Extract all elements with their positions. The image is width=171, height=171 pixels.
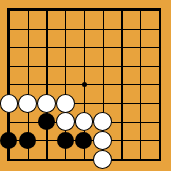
intersection[interactable]	[0, 131, 18, 150]
intersection[interactable]	[18, 131, 37, 150]
intersection[interactable]	[112, 38, 131, 57]
white-stone[interactable]	[93, 112, 112, 131]
white-stone[interactable]	[56, 112, 75, 131]
intersection[interactable]	[75, 94, 94, 113]
intersection[interactable]	[131, 75, 150, 94]
intersection[interactable]	[93, 38, 112, 57]
white-stone[interactable]	[93, 150, 112, 169]
intersection[interactable]	[56, 19, 75, 38]
black-stone[interactable]	[57, 132, 74, 149]
intersection[interactable]	[150, 1, 169, 20]
intersection[interactable]	[37, 38, 56, 57]
intersection[interactable]	[112, 150, 131, 169]
intersection[interactable]	[18, 75, 37, 94]
intersection[interactable]	[93, 57, 112, 76]
intersection[interactable]	[112, 112, 131, 131]
intersection[interactable]	[37, 94, 56, 113]
intersection[interactable]	[37, 131, 56, 150]
intersection[interactable]	[0, 150, 18, 169]
intersection[interactable]	[18, 94, 37, 113]
intersection[interactable]	[93, 19, 112, 38]
intersection[interactable]	[131, 1, 150, 20]
intersection[interactable]	[37, 150, 56, 169]
white-stone[interactable]	[37, 94, 56, 113]
black-stone[interactable]	[75, 132, 92, 149]
intersection[interactable]	[0, 19, 18, 38]
intersection[interactable]	[131, 19, 150, 38]
intersection[interactable]	[0, 38, 18, 57]
intersection[interactable]	[112, 1, 131, 20]
intersection[interactable]	[75, 57, 94, 76]
intersection[interactable]	[37, 19, 56, 38]
intersection[interactable]	[56, 94, 75, 113]
intersection[interactable]	[93, 112, 112, 131]
intersection[interactable]	[37, 75, 56, 94]
intersection[interactable]	[56, 150, 75, 169]
intersection[interactable]	[0, 112, 18, 131]
go-board-screen	[0, 0, 171, 171]
intersection[interactable]	[112, 75, 131, 94]
intersection[interactable]	[150, 94, 169, 113]
intersection[interactable]	[75, 19, 94, 38]
intersection[interactable]	[150, 112, 169, 131]
intersection[interactable]	[75, 75, 94, 94]
intersection[interactable]	[131, 131, 150, 150]
intersection[interactable]	[56, 75, 75, 94]
intersection[interactable]	[112, 94, 131, 113]
intersection[interactable]	[37, 57, 56, 76]
intersection[interactable]	[150, 75, 169, 94]
intersection[interactable]	[37, 112, 56, 131]
intersection[interactable]	[150, 57, 169, 76]
black-stone[interactable]	[19, 132, 36, 149]
intersection[interactable]	[18, 38, 37, 57]
intersection[interactable]	[56, 57, 75, 76]
intersection[interactable]	[75, 38, 94, 57]
intersection[interactable]	[18, 150, 37, 169]
white-stone[interactable]	[56, 94, 75, 113]
intersection[interactable]	[131, 112, 150, 131]
intersection[interactable]	[18, 19, 37, 38]
intersection[interactable]	[131, 150, 150, 169]
intersection[interactable]	[18, 112, 37, 131]
intersection[interactable]	[0, 75, 18, 94]
intersection[interactable]	[93, 131, 112, 150]
intersection[interactable]	[56, 1, 75, 20]
intersection[interactable]	[131, 57, 150, 76]
intersection[interactable]	[112, 131, 131, 150]
intersection[interactable]	[150, 38, 169, 57]
intersection[interactable]	[0, 57, 18, 76]
intersection[interactable]	[0, 1, 18, 20]
intersection[interactable]	[150, 150, 169, 169]
intersection[interactable]	[112, 57, 131, 76]
intersection[interactable]	[0, 94, 18, 113]
intersection[interactable]	[93, 94, 112, 113]
intersection[interactable]	[75, 131, 94, 150]
white-stone[interactable]	[18, 94, 37, 113]
intersection[interactable]	[18, 57, 37, 76]
intersection[interactable]	[56, 112, 75, 131]
intersection[interactable]	[131, 38, 150, 57]
white-stone[interactable]	[75, 112, 94, 131]
intersection[interactable]	[56, 131, 75, 150]
intersection[interactable]	[93, 150, 112, 169]
intersection[interactable]	[93, 1, 112, 20]
intersection[interactable]	[56, 38, 75, 57]
white-stone[interactable]	[93, 131, 112, 150]
white-stone[interactable]	[0, 94, 18, 113]
intersection[interactable]	[75, 150, 94, 169]
intersection[interactable]	[150, 19, 169, 38]
black-stone[interactable]	[38, 113, 55, 130]
go-board[interactable]	[7, 8, 161, 161]
intersection[interactable]	[18, 1, 37, 20]
intersection[interactable]	[112, 19, 131, 38]
intersection[interactable]	[75, 112, 94, 131]
black-stone[interactable]	[0, 132, 17, 149]
stones-layer	[0, 1, 168, 169]
intersection[interactable]	[131, 94, 150, 113]
intersection[interactable]	[75, 1, 94, 20]
intersection[interactable]	[37, 1, 56, 20]
intersection[interactable]	[93, 75, 112, 94]
intersection[interactable]	[150, 131, 169, 150]
